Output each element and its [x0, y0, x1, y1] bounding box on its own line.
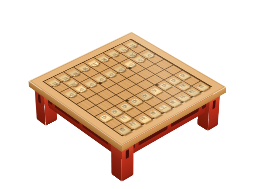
piece-kanji: 歩	[158, 82, 169, 88]
sq-8h[interactable]: 角	[114, 112, 133, 124]
piece-kanji: 銀	[177, 94, 188, 101]
piece-kanji: 金	[147, 109, 159, 116]
sq-4h[interactable]	[154, 90, 173, 101]
sq-6e[interactable]	[108, 84, 127, 95]
sq-8e[interactable]	[88, 94, 107, 105]
piece-sente-pawn[interactable]: 歩	[126, 96, 141, 105]
sq-7h[interactable]	[124, 106, 143, 118]
piece-kanji: 歩	[98, 114, 110, 121]
piece-tile: 金	[147, 109, 162, 118]
piece-sente-knight[interactable]: 桂	[184, 87, 199, 95]
piece-tile: 桂	[186, 88, 201, 96]
piece-tile: 王	[157, 104, 172, 113]
sq-7f[interactable]	[107, 95, 126, 106]
piece-kanji: 角	[118, 114, 130, 121]
piece-sente-pawn[interactable]: 歩	[136, 91, 151, 100]
shogi-board: 香桂銀金玉金銀桂香飛角歩歩歩歩歩歩歩歩歩歩歩歩歩歩歩歩歩歩角飛香桂銀金王金銀桂香	[29, 32, 227, 146]
piece-sente-knight[interactable]: 桂	[124, 119, 139, 128]
sq-5i[interactable]: 王	[154, 101, 173, 112]
piece-kanji: 桂	[127, 120, 139, 127]
piece-kanji: 香	[117, 126, 129, 133]
sq-6f[interactable]	[117, 89, 136, 100]
sq-9c[interactable]: 歩	[60, 88, 79, 99]
sq-5f[interactable]	[126, 84, 145, 95]
board-surface: 香桂銀金玉金銀桂香飛角歩歩歩歩歩歩歩歩歩歩歩歩歩歩歩歩歩歩角飛香桂銀金王金銀桂香	[29, 32, 227, 146]
piece-tile: 歩	[74, 85, 89, 93]
sq-7i[interactable]: 銀	[134, 112, 153, 124]
piece-kanji: 王	[157, 104, 169, 111]
piece-tile: 歩	[129, 97, 144, 106]
piece-tile: 桂	[127, 120, 142, 129]
piece-sente-lance[interactable]: 香	[193, 82, 208, 90]
piece-kanji: 歩	[149, 87, 160, 93]
sq-4i[interactable]: 金	[163, 96, 182, 107]
sq-9d[interactable]	[69, 93, 88, 104]
piece-sente-pawn[interactable]: 歩	[146, 86, 161, 94]
piece-tile: 香	[116, 126, 131, 135]
piece-kanji: 歩	[86, 82, 97, 88]
sq-8c[interactable]: 歩	[71, 83, 90, 94]
sq-9g[interactable]: 歩	[95, 111, 114, 123]
piece-tile: 銀	[137, 115, 152, 124]
sq-9e[interactable]	[77, 99, 96, 110]
piece-tile: 歩	[98, 113, 113, 122]
piece-sente-silver[interactable]: 銀	[135, 113, 150, 122]
sq-7d[interactable]	[89, 83, 108, 94]
piece-kanji: 歩	[129, 98, 141, 105]
piece-sente-gold[interactable]: 金	[145, 108, 160, 117]
piece-kanji: 香	[196, 83, 207, 89]
piece-tile: 歩	[148, 87, 163, 95]
piece-kanji: 歩	[109, 108, 121, 115]
piece-tile: 歩	[63, 90, 78, 99]
piece-tile: 歩	[139, 92, 154, 101]
piece-kanji: 飛	[68, 81, 79, 87]
piece-kanji: 銀	[137, 115, 149, 122]
piece-sente-lance[interactable]: 香	[114, 124, 129, 133]
sq-9i[interactable]: 香	[113, 123, 133, 135]
sq-4g[interactable]: 歩	[145, 85, 164, 96]
sq-3i[interactable]: 銀	[173, 91, 192, 102]
sq-5g[interactable]: 歩	[135, 90, 154, 101]
sq-8f[interactable]	[96, 100, 115, 111]
piece-kanji: 歩	[66, 92, 78, 99]
sq-8g[interactable]: 歩	[105, 106, 124, 118]
piece-sente-bishop[interactable]: 角	[115, 113, 130, 122]
piece-tile: 角	[117, 114, 132, 123]
piece-kanji: 金	[167, 99, 179, 106]
sq-5h[interactable]	[144, 96, 163, 107]
piece-kanji: 飛	[177, 83, 188, 89]
piece-sente-gold[interactable]: 金	[164, 97, 179, 106]
piece-kanji: 歩	[119, 103, 131, 110]
piece-sente-silver[interactable]: 銀	[174, 92, 189, 101]
piece-tile: 銀	[176, 93, 191, 102]
piece-tile: 歩	[108, 108, 123, 117]
piece-sente-king[interactable]: 王	[155, 102, 170, 111]
leg-slot	[212, 100, 215, 110]
piece-gote-pawn[interactable]: 歩	[72, 84, 87, 92]
piece-sente-pawn[interactable]: 歩	[116, 101, 131, 110]
star-point	[125, 100, 129, 102]
sq-6h[interactable]	[135, 101, 154, 112]
sq-8i[interactable]: 桂	[123, 118, 143, 130]
piece-tile: 金	[167, 99, 182, 108]
sq-3h[interactable]	[164, 85, 183, 96]
sq-6g[interactable]: 歩	[125, 95, 144, 106]
piece-kanji: 桂	[186, 88, 197, 94]
leg-slot	[126, 149, 129, 159]
sq-9h[interactable]	[104, 117, 124, 129]
sq-2i[interactable]: 桂	[183, 86, 202, 97]
piece-tile: 香	[195, 83, 210, 91]
piece-kanji: 歩	[139, 92, 150, 99]
shogi-product-scene: 香桂銀金玉金銀桂香飛角歩歩歩歩歩歩歩歩歩歩歩歩歩歩歩歩歩歩角飛香桂銀金王金銀桂香	[0, 0, 256, 189]
sq-9f[interactable]	[86, 105, 105, 116]
piece-sente-pawn[interactable]: 歩	[96, 112, 111, 121]
piece-gote-pawn[interactable]: 歩	[61, 89, 76, 98]
piece-tile: 歩	[119, 103, 134, 112]
piece-kanji: 歩	[76, 87, 87, 93]
sq-7g[interactable]: 歩	[115, 100, 134, 111]
sq-6i[interactable]: 金	[144, 107, 163, 119]
piece-sente-pawn[interactable]: 歩	[106, 107, 121, 116]
sq-8d[interactable]	[79, 88, 98, 99]
star-point	[155, 84, 159, 86]
sq-7e[interactable]	[98, 89, 117, 100]
